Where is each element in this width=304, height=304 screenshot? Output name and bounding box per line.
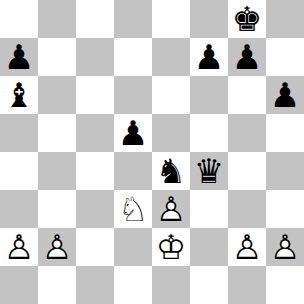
- white-pawn[interactable]: ♟♙: [228, 228, 266, 266]
- black-pawn-glyph: ♟: [228, 38, 266, 76]
- square-b2[interactable]: ♟♙: [38, 228, 76, 266]
- square-d1[interactable]: [114, 266, 152, 304]
- square-h4[interactable]: [266, 152, 304, 190]
- black-queen[interactable]: ♛: [190, 152, 228, 190]
- square-c1[interactable]: [76, 266, 114, 304]
- square-d5[interactable]: ♟: [114, 114, 152, 152]
- white-king-glyph: ♔: [152, 228, 190, 266]
- square-e1[interactable]: [152, 266, 190, 304]
- square-b1[interactable]: [38, 266, 76, 304]
- white-pawn-glyph: ♙: [228, 228, 266, 266]
- white-knight[interactable]: ♞♘: [114, 190, 152, 228]
- square-d3[interactable]: ♞♘: [114, 190, 152, 228]
- square-h7[interactable]: [266, 38, 304, 76]
- square-f6[interactable]: [190, 76, 228, 114]
- white-pawn[interactable]: ♟♙: [266, 228, 304, 266]
- square-b6[interactable]: [38, 76, 76, 114]
- black-pawn-glyph: ♟: [266, 76, 304, 114]
- white-knight-glyph: ♘: [114, 190, 152, 228]
- black-pawn-glyph: ♟: [0, 38, 38, 76]
- square-f4[interactable]: ♛: [190, 152, 228, 190]
- square-h6[interactable]: ♟: [266, 76, 304, 114]
- square-c3[interactable]: [76, 190, 114, 228]
- square-c5[interactable]: [76, 114, 114, 152]
- square-c8[interactable]: [76, 0, 114, 38]
- square-e6[interactable]: [152, 76, 190, 114]
- black-pawn[interactable]: ♟: [114, 114, 152, 152]
- square-b3[interactable]: [38, 190, 76, 228]
- square-f3[interactable]: [190, 190, 228, 228]
- square-g8[interactable]: ♚: [228, 0, 266, 38]
- black-king[interactable]: ♚: [228, 0, 266, 38]
- black-pawn[interactable]: ♟: [190, 38, 228, 76]
- white-king[interactable]: ♚♔: [152, 228, 190, 266]
- black-pawn[interactable]: ♟: [228, 38, 266, 76]
- square-c6[interactable]: [76, 76, 114, 114]
- black-pawn-glyph: ♟: [114, 114, 152, 152]
- square-d2[interactable]: [114, 228, 152, 266]
- black-pawn[interactable]: ♟: [266, 76, 304, 114]
- black-pawn[interactable]: ♟: [0, 38, 38, 76]
- square-a6[interactable]: ♝: [0, 76, 38, 114]
- square-h2[interactable]: ♟♙: [266, 228, 304, 266]
- square-f1[interactable]: [190, 266, 228, 304]
- square-d4[interactable]: [114, 152, 152, 190]
- square-d6[interactable]: [114, 76, 152, 114]
- square-e2[interactable]: ♚♔: [152, 228, 190, 266]
- square-a2[interactable]: ♟♙: [0, 228, 38, 266]
- chess-board: ♚♟♟♟♝♟♟♞♛♞♘♟♙♟♙♟♙♚♔♟♙♟♙: [0, 0, 304, 304]
- square-g1[interactable]: [228, 266, 266, 304]
- square-a7[interactable]: ♟: [0, 38, 38, 76]
- square-g7[interactable]: ♟: [228, 38, 266, 76]
- square-g6[interactable]: [228, 76, 266, 114]
- square-e3[interactable]: ♟♙: [152, 190, 190, 228]
- black-queen-glyph: ♛: [190, 152, 228, 190]
- white-pawn[interactable]: ♟♙: [0, 228, 38, 266]
- square-f8[interactable]: [190, 0, 228, 38]
- black-bishop-glyph: ♝: [0, 76, 38, 114]
- white-pawn[interactable]: ♟♙: [38, 228, 76, 266]
- square-f7[interactable]: ♟: [190, 38, 228, 76]
- square-a8[interactable]: [0, 0, 38, 38]
- square-b4[interactable]: [38, 152, 76, 190]
- square-f5[interactable]: [190, 114, 228, 152]
- black-knight[interactable]: ♞: [152, 152, 190, 190]
- square-c2[interactable]: [76, 228, 114, 266]
- white-pawn-glyph: ♙: [152, 190, 190, 228]
- white-pawn-glyph: ♙: [38, 228, 76, 266]
- white-pawn-glyph: ♙: [0, 228, 38, 266]
- square-e5[interactable]: [152, 114, 190, 152]
- black-king-glyph: ♚: [228, 0, 266, 38]
- square-h5[interactable]: [266, 114, 304, 152]
- square-b5[interactable]: [38, 114, 76, 152]
- square-h3[interactable]: [266, 190, 304, 228]
- white-pawn[interactable]: ♟♙: [152, 190, 190, 228]
- square-f2[interactable]: [190, 228, 228, 266]
- square-a1[interactable]: [0, 266, 38, 304]
- square-e4[interactable]: ♞: [152, 152, 190, 190]
- square-h1[interactable]: [266, 266, 304, 304]
- square-a4[interactable]: [0, 152, 38, 190]
- square-g2[interactable]: ♟♙: [228, 228, 266, 266]
- square-b7[interactable]: [38, 38, 76, 76]
- square-d8[interactable]: [114, 0, 152, 38]
- black-knight-glyph: ♞: [152, 152, 190, 190]
- square-a5[interactable]: [0, 114, 38, 152]
- square-c4[interactable]: [76, 152, 114, 190]
- square-a3[interactable]: [0, 190, 38, 228]
- black-pawn-glyph: ♟: [190, 38, 228, 76]
- square-g4[interactable]: [228, 152, 266, 190]
- square-d7[interactable]: [114, 38, 152, 76]
- square-e8[interactable]: [152, 0, 190, 38]
- square-c7[interactable]: [76, 38, 114, 76]
- white-pawn-glyph: ♙: [266, 228, 304, 266]
- square-g3[interactable]: [228, 190, 266, 228]
- square-h8[interactable]: [266, 0, 304, 38]
- black-bishop[interactable]: ♝: [0, 76, 38, 114]
- square-e7[interactable]: [152, 38, 190, 76]
- square-g5[interactable]: [228, 114, 266, 152]
- square-b8[interactable]: [38, 0, 76, 38]
